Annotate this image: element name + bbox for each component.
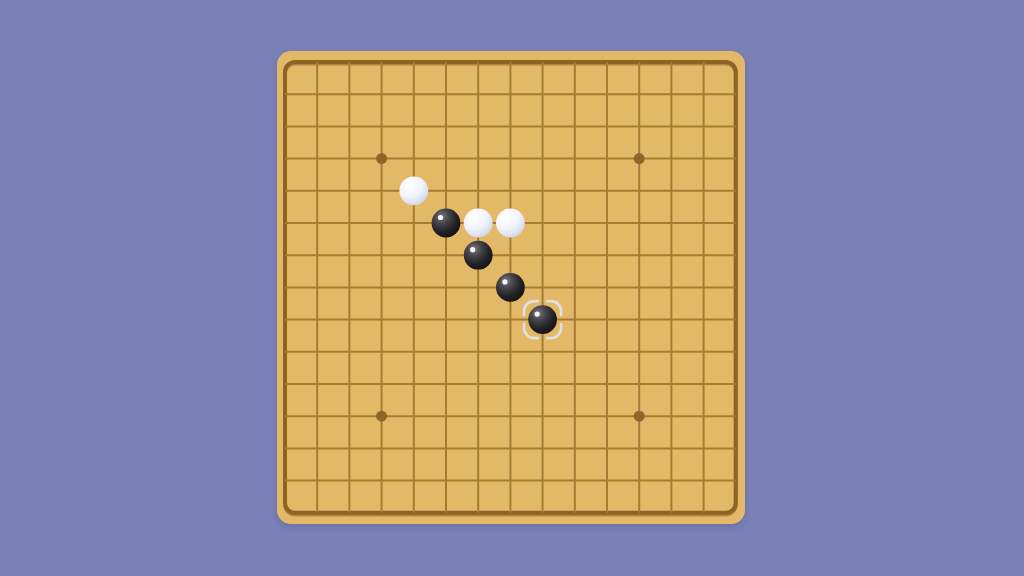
stone-white-g10 — [464, 209, 493, 238]
star-point — [634, 411, 645, 422]
star-point — [634, 153, 645, 164]
app-background — [0, 0, 1024, 576]
stone-black-g9 — [464, 241, 493, 270]
star-point — [376, 153, 387, 164]
stone-highlight — [405, 182, 413, 188]
stone-black-h8 — [496, 273, 525, 302]
stone-white-h10 — [496, 209, 525, 238]
stone-highlight — [470, 214, 478, 220]
stone-black-f10 — [432, 209, 461, 238]
stone-highlight — [502, 214, 510, 220]
board-svg[interactable] — [277, 51, 745, 524]
stone-highlight — [502, 279, 507, 284]
star-point — [376, 411, 387, 422]
gomoku-board[interactable] — [277, 51, 745, 524]
stone-white-e11 — [399, 176, 428, 205]
stone-highlight — [535, 312, 540, 317]
stone-highlight — [470, 247, 475, 252]
stone-black-i7 — [528, 305, 557, 334]
stone-highlight — [438, 215, 443, 220]
